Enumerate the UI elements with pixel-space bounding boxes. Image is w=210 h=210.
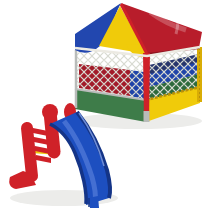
- roof-gloss-streak: [176, 7, 178, 34]
- front-post-fitting: [144, 111, 150, 122]
- ladder-step: [36, 155, 51, 163]
- ball-pit: [74, 3, 202, 129]
- product-photo-canvas: [0, 0, 210, 210]
- ladder-near-rail: [27, 128, 32, 176]
- product-image: [0, 0, 210, 210]
- ladder-far-rail: [50, 112, 54, 152]
